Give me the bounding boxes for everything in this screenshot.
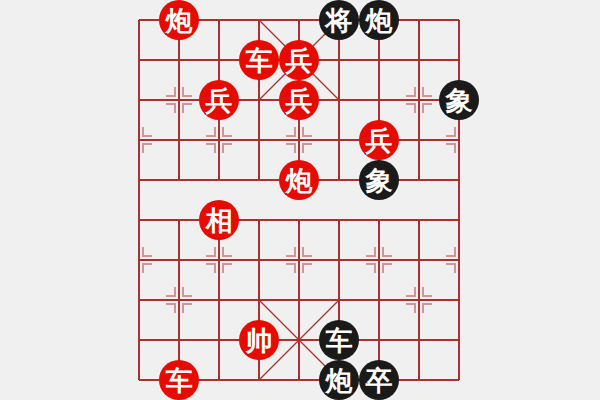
piece-red-soldier[interactable]: 兵: [279, 40, 319, 80]
piece-black-cannon[interactable]: 炮: [319, 360, 359, 400]
piece-red-general[interactable]: 帅: [239, 320, 279, 360]
piece-red-chariot[interactable]: 车: [159, 360, 199, 400]
piece-black-soldier[interactable]: 卒: [359, 360, 399, 400]
piece-red-cannon[interactable]: 炮: [159, 0, 199, 40]
xiangqi-board: 炮将炮车兵兵兵象兵炮象相帅车车炮卒: [139, 20, 459, 380]
piece-red-chariot[interactable]: 车: [239, 40, 279, 80]
piece-black-general[interactable]: 将: [319, 0, 359, 40]
piece-red-elephant[interactable]: 相: [199, 200, 239, 240]
xiangqi-app-screen: 炮将炮车兵兵兵象兵炮象相帅车车炮卒: [0, 0, 600, 400]
piece-black-cannon[interactable]: 炮: [359, 0, 399, 40]
piece-red-soldier[interactable]: 兵: [359, 120, 399, 160]
piece-red-soldier[interactable]: 兵: [199, 80, 239, 120]
piece-black-chariot[interactable]: 车: [319, 320, 359, 360]
piece-black-elephant[interactable]: 象: [439, 80, 479, 120]
piece-black-elephant[interactable]: 象: [359, 160, 399, 200]
piece-red-soldier[interactable]: 兵: [279, 80, 319, 120]
piece-red-cannon[interactable]: 炮: [279, 160, 319, 200]
pieces-grid: 炮将炮车兵兵兵象兵炮象相帅车车炮卒: [119, 0, 479, 400]
